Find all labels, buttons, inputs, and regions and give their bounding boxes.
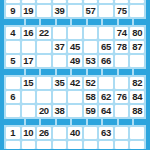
bingo-cell[interactable]: 42	[68, 77, 82, 89]
bingo-cell[interactable]: 58	[84, 91, 98, 103]
bingo-ticket-2: 4162274803745657887517495366	[4, 25, 146, 69]
bingo-cell-empty	[37, 77, 51, 89]
bingo-cell-empty	[53, 91, 67, 103]
bingo-cell-empty	[53, 55, 67, 67]
bingo-cell[interactable]: 15	[22, 77, 36, 89]
bingo-cell-empty	[6, 0, 20, 3]
bingo-ticket-1: 919395775	[4, 0, 146, 19]
bingo-cell-empty	[68, 91, 82, 103]
ticket-separator	[4, 19, 146, 25]
bingo-cell-empty	[22, 141, 36, 149]
bingo-cell[interactable]: 35	[53, 77, 67, 89]
bingo-cell[interactable]: 37	[53, 41, 67, 53]
bingo-cell-empty	[84, 27, 98, 39]
bingo-cell[interactable]: 6	[6, 91, 20, 103]
bingo-cell-empty	[115, 127, 129, 139]
bingo-cell[interactable]: 5	[6, 55, 20, 67]
bingo-cell-empty	[37, 0, 51, 3]
bingo-cell[interactable]: 63	[99, 127, 113, 139]
bingo-cell-empty	[37, 91, 51, 103]
bingo-cell-empty	[22, 0, 36, 3]
bingo-cell-empty	[84, 41, 98, 53]
bingo-cell[interactable]: 38	[53, 105, 67, 117]
bingo-cell-empty	[68, 141, 82, 149]
bingo-cell-empty	[115, 141, 129, 149]
bingo-cell[interactable]: 78	[115, 41, 129, 53]
bingo-cell[interactable]: 19	[22, 5, 36, 17]
bingo-cell-empty	[130, 0, 144, 3]
bingo-cell-empty	[115, 0, 129, 3]
bingo-cell[interactable]: 65	[99, 41, 113, 53]
bingo-cell[interactable]: 9	[6, 5, 20, 17]
bingo-cell[interactable]: 4	[6, 27, 20, 39]
bingo-cell[interactable]: 80	[130, 27, 144, 39]
separator-gridlines	[10, 119, 140, 125]
bingo-cell[interactable]: 39	[53, 5, 67, 17]
bingo-cell[interactable]: 45	[68, 41, 82, 53]
bingo-cell-empty	[53, 27, 67, 39]
bingo-cell[interactable]: 26	[37, 127, 51, 139]
bingo-cell-empty	[6, 141, 20, 149]
bingo-cell[interactable]: 16	[22, 27, 36, 39]
bingo-cell-empty	[6, 105, 20, 117]
bingo-cell-empty	[84, 127, 98, 139]
bingo-cell[interactable]: 74	[115, 27, 129, 39]
bingo-cell-empty	[37, 41, 51, 53]
bingo-cell[interactable]: 87	[130, 41, 144, 53]
separator-gridlines	[10, 69, 140, 75]
bingo-cell-empty	[130, 55, 144, 67]
bingo-cell-empty	[68, 27, 82, 39]
bingo-cell-empty	[37, 55, 51, 67]
bingo-cell[interactable]: 17	[22, 55, 36, 67]
ticket-separator	[4, 119, 146, 125]
bingo-cell[interactable]: 64	[99, 105, 113, 117]
separator-gridlines	[10, 19, 140, 25]
bingo-cell-empty	[22, 91, 36, 103]
bingo-strip: 919395775 4162274803745657887517495366 1…	[0, 0, 150, 149]
bingo-cell[interactable]: 66	[99, 55, 113, 67]
bingo-cell-empty	[115, 105, 129, 117]
bingo-cell-empty	[130, 5, 144, 17]
bingo-cell-empty	[22, 105, 36, 117]
bingo-cell-empty	[84, 0, 98, 3]
bingo-cell-empty	[99, 141, 113, 149]
bingo-cell[interactable]: 22	[37, 27, 51, 39]
bingo-cell[interactable]: 49	[68, 55, 82, 67]
bingo-cell-empty	[130, 141, 144, 149]
bingo-cell[interactable]: 53	[84, 55, 98, 67]
bingo-cell-empty	[37, 141, 51, 149]
bingo-cell-empty	[6, 77, 20, 89]
bingo-cell[interactable]: 20	[37, 105, 51, 117]
bingo-cell-empty	[53, 141, 67, 149]
bingo-cell-empty	[22, 41, 36, 53]
bingo-cell-empty	[68, 0, 82, 3]
bingo-cell[interactable]: 88	[130, 105, 144, 117]
bingo-cell[interactable]: 84	[130, 91, 144, 103]
bingo-cell[interactable]: 59	[84, 105, 98, 117]
bingo-cell-empty	[84, 141, 98, 149]
bingo-ticket-4: 110264063	[4, 125, 146, 149]
bingo-cell-empty	[99, 5, 113, 17]
bingo-cell[interactable]: 10	[22, 127, 36, 139]
bingo-cell-empty	[53, 127, 67, 139]
bingo-cell[interactable]: 40	[68, 127, 82, 139]
bingo-cell-empty	[68, 105, 82, 117]
bingo-cell-empty	[115, 77, 129, 89]
bingo-cell-empty	[115, 55, 129, 67]
bingo-cell-empty	[37, 5, 51, 17]
bingo-cell-empty	[130, 127, 144, 139]
ticket-separator	[4, 69, 146, 75]
bingo-cell[interactable]: 76	[115, 91, 129, 103]
bingo-cell[interactable]: 82	[130, 77, 144, 89]
bingo-cell-empty	[53, 0, 67, 3]
bingo-cell[interactable]: 75	[115, 5, 129, 17]
bingo-cell-empty	[6, 41, 20, 53]
bingo-cell[interactable]: 57	[84, 5, 98, 17]
bingo-cell-empty	[99, 0, 113, 3]
bingo-cell[interactable]: 1	[6, 127, 20, 139]
bingo-cell-empty	[99, 27, 113, 39]
bingo-cell-empty	[99, 77, 113, 89]
bingo-cell[interactable]: 52	[84, 77, 98, 89]
bingo-cell[interactable]: 62	[99, 91, 113, 103]
bingo-ticket-3: 15354252826586276842038596488	[4, 75, 146, 119]
bingo-cell-empty	[68, 5, 82, 17]
